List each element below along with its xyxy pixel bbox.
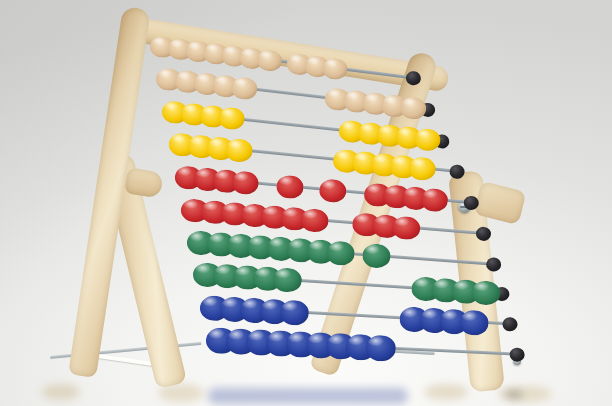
- bead-blue: [279, 299, 309, 326]
- reflection-end-cap: [505, 390, 523, 399]
- rod-end-cap: [405, 70, 422, 86]
- bead-green: [272, 267, 302, 293]
- reflection-rear-left-leg: [42, 384, 80, 400]
- bead-red: [300, 207, 330, 232]
- bead-yellow: [225, 137, 254, 163]
- bead-red: [318, 178, 347, 203]
- rod-end-cap: [486, 257, 502, 272]
- bead-red: [231, 170, 260, 195]
- bead-natural: [256, 48, 283, 72]
- rod-end-cap: [509, 347, 525, 362]
- bead-natural: [321, 56, 348, 80]
- rod-end-cap: [463, 195, 479, 210]
- rod-end-cap: [502, 317, 518, 332]
- reflection-rear-right-leg: [424, 384, 468, 400]
- bead-natural: [230, 76, 258, 101]
- bead-red: [276, 174, 305, 199]
- rod-end-cap: [475, 226, 491, 241]
- rod-end-cap: [449, 164, 465, 179]
- abacus-scene: [0, 0, 612, 406]
- reflection-blue-beads: [208, 388, 408, 404]
- bead-blue: [365, 335, 396, 362]
